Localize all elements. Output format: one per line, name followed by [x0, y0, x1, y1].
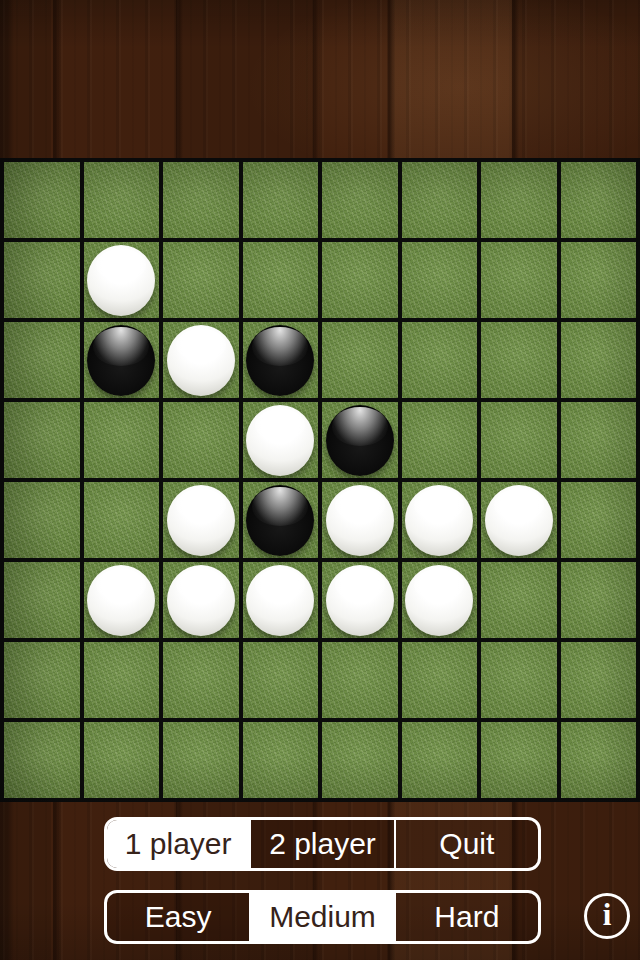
cell-r7c0[interactable]: [4, 722, 80, 798]
cell-r5c7[interactable]: [561, 562, 637, 638]
segment-easy[interactable]: Easy: [107, 893, 249, 941]
cell-r3c1[interactable]: [84, 402, 160, 478]
segment-hard[interactable]: Hard: [394, 893, 538, 941]
cell-r3c6[interactable]: [481, 402, 557, 478]
cell-r7c7[interactable]: [561, 722, 637, 798]
cell-r5c0[interactable]: [4, 562, 80, 638]
cell-r6c2[interactable]: [163, 642, 239, 718]
cell-r4c4[interactable]: [322, 482, 398, 558]
cell-r1c1[interactable]: [84, 242, 160, 318]
cell-r6c6[interactable]: [481, 642, 557, 718]
cell-r2c7[interactable]: [561, 322, 637, 398]
cell-r0c5[interactable]: [402, 162, 478, 238]
white-disc: [326, 485, 394, 556]
cell-r6c5[interactable]: [402, 642, 478, 718]
white-disc: [405, 565, 473, 636]
cell-r0c3[interactable]: [243, 162, 319, 238]
cell-r2c3[interactable]: [243, 322, 319, 398]
cell-r7c3[interactable]: [243, 722, 319, 798]
cell-r7c6[interactable]: [481, 722, 557, 798]
cell-r6c3[interactable]: [243, 642, 319, 718]
white-disc: [246, 565, 314, 636]
cell-r2c4[interactable]: [322, 322, 398, 398]
cell-r7c5[interactable]: [402, 722, 478, 798]
white-disc: [167, 485, 235, 556]
white-disc: [485, 485, 553, 556]
info-button[interactable]: i: [584, 893, 630, 939]
cell-r3c3[interactable]: [243, 402, 319, 478]
white-disc: [87, 245, 155, 316]
cell-r2c5[interactable]: [402, 322, 478, 398]
cell-r1c2[interactable]: [163, 242, 239, 318]
segment-1-player[interactable]: 1 player: [107, 820, 249, 868]
cell-r6c4[interactable]: [322, 642, 398, 718]
cell-r4c3[interactable]: [243, 482, 319, 558]
player-mode-control: 1 player2 playerQuit: [104, 817, 541, 871]
cell-r0c4[interactable]: [322, 162, 398, 238]
cell-r3c5[interactable]: [402, 402, 478, 478]
difficulty-control: EasyMediumHard: [104, 890, 541, 944]
cell-r4c2[interactable]: [163, 482, 239, 558]
cell-r5c1[interactable]: [84, 562, 160, 638]
cell-r5c5[interactable]: [402, 562, 478, 638]
cell-r0c7[interactable]: [561, 162, 637, 238]
cell-r0c2[interactable]: [163, 162, 239, 238]
white-disc: [326, 565, 394, 636]
white-disc: [167, 565, 235, 636]
cell-r7c4[interactable]: [322, 722, 398, 798]
othello-app-screen: 1 player2 playerQuit EasyMediumHard i: [0, 0, 640, 960]
black-disc: [246, 325, 314, 396]
white-disc: [87, 565, 155, 636]
cell-r1c0[interactable]: [4, 242, 80, 318]
cell-r5c6[interactable]: [481, 562, 557, 638]
cell-r6c0[interactable]: [4, 642, 80, 718]
cell-r6c1[interactable]: [84, 642, 160, 718]
cell-r6c7[interactable]: [561, 642, 637, 718]
cell-r5c3[interactable]: [243, 562, 319, 638]
cell-r3c0[interactable]: [4, 402, 80, 478]
cell-r0c1[interactable]: [84, 162, 160, 238]
segment-medium[interactable]: Medium: [249, 893, 393, 941]
cell-r4c5[interactable]: [402, 482, 478, 558]
cell-r2c2[interactable]: [163, 322, 239, 398]
cell-r2c0[interactable]: [4, 322, 80, 398]
black-disc: [87, 325, 155, 396]
white-disc: [167, 325, 235, 396]
cell-r4c6[interactable]: [481, 482, 557, 558]
cell-r4c7[interactable]: [561, 482, 637, 558]
black-disc: [326, 405, 394, 476]
cell-r0c0[interactable]: [4, 162, 80, 238]
cell-r5c2[interactable]: [163, 562, 239, 638]
cell-r3c7[interactable]: [561, 402, 637, 478]
white-disc: [405, 485, 473, 556]
board: [0, 158, 640, 802]
cell-r1c5[interactable]: [402, 242, 478, 318]
cell-r3c4[interactable]: [322, 402, 398, 478]
cell-r7c2[interactable]: [163, 722, 239, 798]
cell-r5c4[interactable]: [322, 562, 398, 638]
cell-r7c1[interactable]: [84, 722, 160, 798]
cell-r4c1[interactable]: [84, 482, 160, 558]
cell-r3c2[interactable]: [163, 402, 239, 478]
cell-r1c7[interactable]: [561, 242, 637, 318]
board-area: [0, 158, 640, 802]
cell-r1c6[interactable]: [481, 242, 557, 318]
cell-r1c3[interactable]: [243, 242, 319, 318]
white-disc: [246, 405, 314, 476]
black-disc: [246, 485, 314, 556]
cell-r0c6[interactable]: [481, 162, 557, 238]
cell-r1c4[interactable]: [322, 242, 398, 318]
cell-r4c0[interactable]: [4, 482, 80, 558]
cell-r2c1[interactable]: [84, 322, 160, 398]
info-icon: i: [603, 899, 612, 930]
segment-2-player[interactable]: 2 player: [249, 820, 393, 868]
cell-r2c6[interactable]: [481, 322, 557, 398]
segment-quit[interactable]: Quit: [394, 820, 538, 868]
